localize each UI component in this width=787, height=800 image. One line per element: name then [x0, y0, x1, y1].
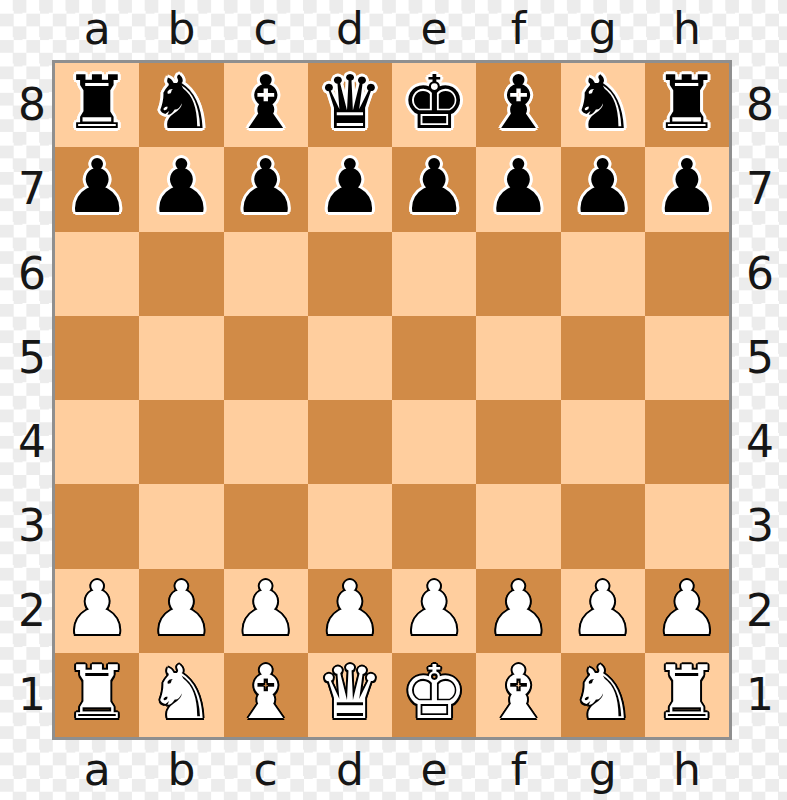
file-label-top-e: e — [392, 2, 476, 56]
black-pawn-e7-piece: ♟ — [401, 149, 467, 223]
square-g6 — [561, 232, 645, 316]
file-label-top-c: c — [224, 2, 308, 56]
square-d3 — [308, 484, 392, 568]
file-label-top-b: b — [139, 2, 223, 56]
square-a5 — [55, 316, 139, 400]
white-pawn-a2-piece: ♟ — [64, 571, 130, 645]
square-f2: ♟ — [476, 569, 560, 653]
rank-label-left-6: 6 — [6, 232, 58, 316]
rank-label-left-3: 3 — [6, 484, 58, 568]
square-d4 — [308, 400, 392, 484]
square-c3 — [224, 484, 308, 568]
square-b5 — [139, 316, 223, 400]
square-e2: ♟ — [392, 569, 476, 653]
square-h4 — [645, 400, 729, 484]
square-c6 — [224, 232, 308, 316]
square-b4 — [139, 400, 223, 484]
square-b7: ♟ — [139, 147, 223, 231]
rank-labels-right: 87654321 — [733, 63, 787, 737]
square-f6 — [476, 232, 560, 316]
white-pawn-g2-piece: ♟ — [569, 571, 635, 645]
black-pawn-g7-piece: ♟ — [569, 149, 635, 223]
square-h2: ♟ — [645, 569, 729, 653]
chessboard-diagram: abcdefgh 87654321 ♜♞♝♛♚♝♞♜♟♟♟♟♟♟♟♟♟♟♟♟♟♟… — [0, 0, 787, 800]
file-label-top-g: g — [561, 2, 645, 56]
rank-label-left-8: 8 — [6, 63, 58, 147]
file-label-bottom-b: b — [139, 742, 223, 798]
square-h5 — [645, 316, 729, 400]
square-c7: ♟ — [224, 147, 308, 231]
file-label-bottom-e: e — [392, 742, 476, 798]
file-labels-bottom: abcdefgh — [55, 742, 729, 798]
black-pawn-f7-piece: ♟ — [485, 149, 551, 223]
white-rook-a1-piece: ♜ — [64, 655, 130, 729]
square-f8: ♝ — [476, 63, 560, 147]
white-bishop-f1-piece: ♝ — [485, 655, 551, 729]
rank-label-left-7: 7 — [6, 147, 58, 231]
square-e8: ♚ — [392, 63, 476, 147]
square-g5 — [561, 316, 645, 400]
file-label-top-a: a — [55, 2, 139, 56]
black-bishop-f8-piece: ♝ — [485, 65, 551, 139]
white-pawn-f2-piece: ♟ — [485, 571, 551, 645]
black-pawn-d7-piece: ♟ — [317, 149, 383, 223]
square-b3 — [139, 484, 223, 568]
rank-label-left-1: 1 — [6, 653, 58, 737]
rank-label-left-4: 4 — [6, 400, 58, 484]
square-c5 — [224, 316, 308, 400]
white-king-e1-piece: ♚ — [401, 655, 467, 729]
square-d2: ♟ — [308, 569, 392, 653]
black-knight-g8-piece: ♞ — [569, 65, 635, 139]
square-g8: ♞ — [561, 63, 645, 147]
black-king-e8-piece: ♚ — [401, 65, 467, 139]
square-e4 — [392, 400, 476, 484]
black-pawn-b7-piece: ♟ — [148, 149, 214, 223]
black-pawn-h7-piece: ♟ — [654, 149, 720, 223]
white-rook-h1-piece: ♜ — [654, 655, 720, 729]
file-label-bottom-h: h — [645, 742, 729, 798]
square-a7: ♟ — [55, 147, 139, 231]
square-e6 — [392, 232, 476, 316]
square-h8: ♜ — [645, 63, 729, 147]
black-pawn-c7-piece: ♟ — [232, 149, 298, 223]
square-d7: ♟ — [308, 147, 392, 231]
white-knight-b1-piece: ♞ — [148, 655, 214, 729]
black-queen-d8-piece: ♛ — [317, 65, 383, 139]
square-b8: ♞ — [139, 63, 223, 147]
square-a8: ♜ — [55, 63, 139, 147]
square-b2: ♟ — [139, 569, 223, 653]
white-bishop-c1-piece: ♝ — [232, 655, 298, 729]
white-pawn-b2-piece: ♟ — [148, 571, 214, 645]
rank-label-right-3: 3 — [733, 484, 787, 568]
square-e1: ♚ — [392, 653, 476, 737]
square-f5 — [476, 316, 560, 400]
white-pawn-d2-piece: ♟ — [317, 571, 383, 645]
square-f1: ♝ — [476, 653, 560, 737]
rank-label-left-5: 5 — [6, 316, 58, 400]
rank-label-right-5: 5 — [733, 316, 787, 400]
rank-label-right-6: 6 — [733, 232, 787, 316]
rank-label-right-8: 8 — [733, 63, 787, 147]
square-a4 — [55, 400, 139, 484]
black-pawn-a7-piece: ♟ — [64, 149, 130, 223]
square-f7: ♟ — [476, 147, 560, 231]
file-label-bottom-a: a — [55, 742, 139, 798]
rank-labels-left: 87654321 — [6, 63, 58, 737]
black-knight-b8-piece: ♞ — [148, 65, 214, 139]
square-d1: ♛ — [308, 653, 392, 737]
file-label-top-f: f — [476, 2, 560, 56]
square-c2: ♟ — [224, 569, 308, 653]
rank-label-right-4: 4 — [733, 400, 787, 484]
square-a2: ♟ — [55, 569, 139, 653]
file-label-top-d: d — [308, 2, 392, 56]
rank-label-right-1: 1 — [733, 653, 787, 737]
white-pawn-c2-piece: ♟ — [232, 571, 298, 645]
square-g3 — [561, 484, 645, 568]
white-pawn-e2-piece: ♟ — [401, 571, 467, 645]
square-h3 — [645, 484, 729, 568]
black-bishop-c8-piece: ♝ — [232, 65, 298, 139]
square-g1: ♞ — [561, 653, 645, 737]
square-c8: ♝ — [224, 63, 308, 147]
square-b1: ♞ — [139, 653, 223, 737]
square-h7: ♟ — [645, 147, 729, 231]
white-queen-d1-piece: ♛ — [317, 655, 383, 729]
chess-board: ♜♞♝♛♚♝♞♜♟♟♟♟♟♟♟♟♟♟♟♟♟♟♟♟♜♞♝♛♚♝♞♜ — [52, 60, 732, 740]
square-a3 — [55, 484, 139, 568]
square-h1: ♜ — [645, 653, 729, 737]
square-g7: ♟ — [561, 147, 645, 231]
rank-label-right-7: 7 — [733, 147, 787, 231]
file-label-bottom-d: d — [308, 742, 392, 798]
square-h6 — [645, 232, 729, 316]
square-d8: ♛ — [308, 63, 392, 147]
square-b6 — [139, 232, 223, 316]
rank-label-right-2: 2 — [733, 569, 787, 653]
black-rook-a8-piece: ♜ — [64, 65, 130, 139]
file-labels-top: abcdefgh — [55, 2, 729, 56]
square-c4 — [224, 400, 308, 484]
square-g4 — [561, 400, 645, 484]
square-a1: ♜ — [55, 653, 139, 737]
white-knight-g1-piece: ♞ — [569, 655, 635, 729]
square-f4 — [476, 400, 560, 484]
rank-label-left-2: 2 — [6, 569, 58, 653]
black-rook-h8-piece: ♜ — [654, 65, 720, 139]
square-a6 — [55, 232, 139, 316]
file-label-bottom-g: g — [561, 742, 645, 798]
square-g2: ♟ — [561, 569, 645, 653]
file-label-bottom-c: c — [224, 742, 308, 798]
square-c1: ♝ — [224, 653, 308, 737]
square-d5 — [308, 316, 392, 400]
file-label-top-h: h — [645, 2, 729, 56]
file-label-bottom-f: f — [476, 742, 560, 798]
white-pawn-h2-piece: ♟ — [654, 571, 720, 645]
square-e7: ♟ — [392, 147, 476, 231]
square-f3 — [476, 484, 560, 568]
square-e5 — [392, 316, 476, 400]
square-d6 — [308, 232, 392, 316]
square-e3 — [392, 484, 476, 568]
